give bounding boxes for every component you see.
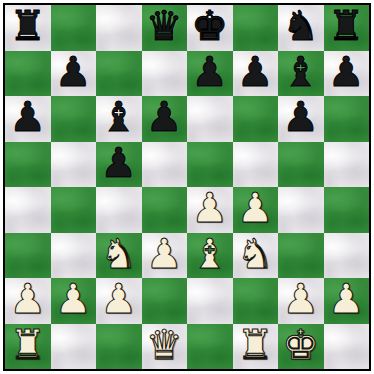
piece-white-pawn[interactable]: ♟	[191, 188, 228, 229]
piece-black-pawn[interactable]: ♟	[146, 97, 183, 138]
board-frame: ♜♛♚♞♜♟♟♟♝♟♟♝♟♟♟♟♟♞♟♝♞♟♟♟♟♟♜♛♜♚	[0, 0, 374, 374]
square-g7[interactable]: ♝	[278, 51, 324, 97]
piece-white-pawn[interactable]: ♟	[237, 188, 274, 229]
piece-black-pawn[interactable]: ♟	[237, 52, 274, 93]
square-f5[interactable]	[233, 142, 279, 188]
square-g2[interactable]: ♟	[278, 278, 324, 324]
piece-white-pawn[interactable]: ♟	[282, 279, 319, 320]
piece-white-king[interactable]: ♚	[282, 325, 319, 366]
square-h6[interactable]	[324, 96, 370, 142]
square-a3[interactable]	[5, 233, 51, 279]
square-h4[interactable]	[324, 187, 370, 233]
square-d5[interactable]	[142, 142, 188, 188]
square-c8[interactable]	[96, 5, 142, 51]
square-e7[interactable]: ♟	[187, 51, 233, 97]
piece-white-knight[interactable]: ♞	[237, 234, 274, 275]
square-g5[interactable]	[278, 142, 324, 188]
piece-white-rook[interactable]: ♜	[237, 325, 274, 366]
square-g1[interactable]: ♚	[278, 324, 324, 370]
piece-white-rook[interactable]: ♜	[9, 325, 46, 366]
square-c5[interactable]: ♟	[96, 142, 142, 188]
square-d7[interactable]	[142, 51, 188, 97]
square-b8[interactable]	[51, 5, 97, 51]
square-c2[interactable]: ♟	[96, 278, 142, 324]
square-a6[interactable]: ♟	[5, 96, 51, 142]
piece-white-pawn[interactable]: ♟	[9, 279, 46, 320]
square-b3[interactable]	[51, 233, 97, 279]
square-d1[interactable]: ♛	[142, 324, 188, 370]
piece-black-pawn[interactable]: ♟	[9, 97, 46, 138]
piece-white-pawn[interactable]: ♟	[146, 234, 183, 275]
square-a2[interactable]: ♟	[5, 278, 51, 324]
piece-black-knight[interactable]: ♞	[282, 6, 319, 47]
square-d3[interactable]: ♟	[142, 233, 188, 279]
piece-black-bishop[interactable]: ♝	[100, 97, 137, 138]
square-g6[interactable]: ♟	[278, 96, 324, 142]
square-d8[interactable]: ♛	[142, 5, 188, 51]
square-d4[interactable]	[142, 187, 188, 233]
piece-black-rook[interactable]: ♜	[328, 6, 365, 47]
square-b1[interactable]	[51, 324, 97, 370]
square-b5[interactable]	[51, 142, 97, 188]
board-border: ♜♛♚♞♜♟♟♟♝♟♟♝♟♟♟♟♟♞♟♝♞♟♟♟♟♟♜♛♜♚	[3, 3, 371, 371]
square-e3[interactable]: ♝	[187, 233, 233, 279]
piece-white-pawn[interactable]: ♟	[55, 279, 92, 320]
square-b4[interactable]	[51, 187, 97, 233]
square-f3[interactable]: ♞	[233, 233, 279, 279]
piece-black-pawn[interactable]: ♟	[55, 52, 92, 93]
square-e1[interactable]	[187, 324, 233, 370]
square-a4[interactable]	[5, 187, 51, 233]
piece-white-queen[interactable]: ♛	[146, 325, 183, 366]
square-h3[interactable]	[324, 233, 370, 279]
piece-white-pawn[interactable]: ♟	[328, 279, 365, 320]
square-e4[interactable]: ♟	[187, 187, 233, 233]
square-g3[interactable]	[278, 233, 324, 279]
square-d2[interactable]	[142, 278, 188, 324]
square-f4[interactable]: ♟	[233, 187, 279, 233]
square-h2[interactable]: ♟	[324, 278, 370, 324]
square-g4[interactable]	[278, 187, 324, 233]
piece-white-bishop[interactable]: ♝	[191, 234, 228, 275]
piece-black-pawn[interactable]: ♟	[328, 52, 365, 93]
square-c1[interactable]	[96, 324, 142, 370]
square-h7[interactable]: ♟	[324, 51, 370, 97]
piece-black-king[interactable]: ♚	[191, 6, 228, 47]
piece-black-pawn[interactable]: ♟	[282, 97, 319, 138]
piece-black-pawn[interactable]: ♟	[100, 143, 137, 184]
square-f6[interactable]	[233, 96, 279, 142]
piece-black-rook[interactable]: ♜	[9, 6, 46, 47]
square-a1[interactable]: ♜	[5, 324, 51, 370]
square-b7[interactable]: ♟	[51, 51, 97, 97]
piece-black-pawn[interactable]: ♟	[191, 52, 228, 93]
piece-black-queen[interactable]: ♛	[146, 6, 183, 47]
square-e6[interactable]	[187, 96, 233, 142]
square-a5[interactable]	[5, 142, 51, 188]
square-e5[interactable]	[187, 142, 233, 188]
square-c6[interactable]: ♝	[96, 96, 142, 142]
square-f1[interactable]: ♜	[233, 324, 279, 370]
square-f7[interactable]: ♟	[233, 51, 279, 97]
piece-white-knight[interactable]: ♞	[100, 234, 137, 275]
square-f8[interactable]	[233, 5, 279, 51]
square-f2[interactable]	[233, 278, 279, 324]
square-h5[interactable]	[324, 142, 370, 188]
square-h8[interactable]: ♜	[324, 5, 370, 51]
square-c7[interactable]	[96, 51, 142, 97]
square-e2[interactable]	[187, 278, 233, 324]
chess-board: ♜♛♚♞♜♟♟♟♝♟♟♝♟♟♟♟♟♞♟♝♞♟♟♟♟♟♜♛♜♚	[5, 5, 369, 369]
square-b6[interactable]	[51, 96, 97, 142]
square-b2[interactable]: ♟	[51, 278, 97, 324]
piece-black-bishop[interactable]: ♝	[282, 52, 319, 93]
square-a8[interactable]: ♜	[5, 5, 51, 51]
square-d6[interactable]: ♟	[142, 96, 188, 142]
square-a7[interactable]	[5, 51, 51, 97]
piece-white-pawn[interactable]: ♟	[100, 279, 137, 320]
square-h1[interactable]	[324, 324, 370, 370]
square-e8[interactable]: ♚	[187, 5, 233, 51]
square-c3[interactable]: ♞	[96, 233, 142, 279]
square-g8[interactable]: ♞	[278, 5, 324, 51]
square-c4[interactable]	[96, 187, 142, 233]
